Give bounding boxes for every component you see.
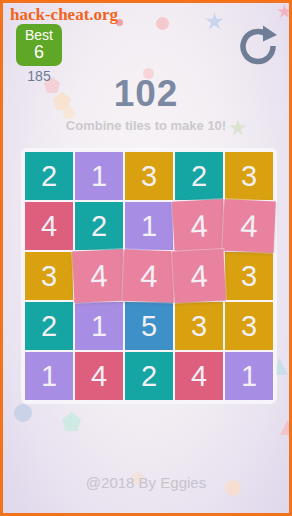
tile-r2-c4[interactable]: 4 <box>172 199 226 253</box>
tile-r3-c4[interactable]: 4 <box>172 249 226 303</box>
score: 102 <box>3 73 289 115</box>
decor-star <box>277 4 292 19</box>
best-badge: Best 6 <box>16 24 62 66</box>
board: 2132342144344432153314241 <box>22 149 276 403</box>
decor-circle <box>14 404 32 422</box>
tile-r3-c3[interactable]: 4 <box>122 249 175 302</box>
decor-star <box>205 12 224 31</box>
tile-r5-c5[interactable]: 1 <box>225 352 273 400</box>
tile-r5-c4[interactable]: 4 <box>175 352 223 400</box>
restart-icon <box>235 22 281 68</box>
tile-r2-c3[interactable]: 1 <box>125 202 173 250</box>
tile-r2-c2[interactable]: 2 <box>75 202 123 250</box>
tile-r5-c2[interactable]: 4 <box>75 352 123 400</box>
tile-r1-c1[interactable]: 2 <box>25 152 73 200</box>
tile-r5-c3[interactable]: 2 <box>125 352 173 400</box>
best-value: 6 <box>34 43 44 62</box>
tile-r1-c3[interactable]: 3 <box>125 152 173 200</box>
tile-r3-c1[interactable]: 3 <box>25 252 73 300</box>
decor-triangle <box>280 420 292 435</box>
tile-r1-c4[interactable]: 2 <box>175 152 223 200</box>
decor-pentagon <box>62 412 81 431</box>
tile-r4-c5[interactable]: 3 <box>225 302 273 350</box>
tile-r1-c2[interactable]: 1 <box>75 152 123 200</box>
tile-r1-c5[interactable]: 3 <box>225 152 273 200</box>
tile-r4-c2[interactable]: 1 <box>75 302 123 350</box>
tile-r3-c2[interactable]: 4 <box>72 249 126 303</box>
tile-r4-c4[interactable]: 3 <box>175 302 223 350</box>
tile-r4-c3[interactable]: 5 <box>125 302 173 350</box>
subtitle: Combine tiles to make 10! <box>3 118 289 133</box>
app-frame: hack-cheat.org Best 6 185 102 Combine ti… <box>0 0 292 516</box>
tile-r2-c5[interactable]: 4 <box>222 199 276 253</box>
tile-r3-c5[interactable]: 3 <box>225 252 273 300</box>
watermark: hack-cheat.org <box>10 5 118 25</box>
tile-r5-c1[interactable]: 1 <box>25 352 73 400</box>
decor-circle <box>156 17 169 30</box>
tile-r2-c1[interactable]: 4 <box>25 202 73 250</box>
best-label: Best <box>25 28 53 43</box>
restart-button[interactable] <box>235 22 281 68</box>
credit: @2018 By Eggies <box>3 474 289 491</box>
tile-r4-c1[interactable]: 2 <box>25 302 73 350</box>
